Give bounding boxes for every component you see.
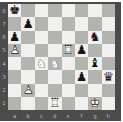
rank-label: 7 [0, 17, 8, 30]
square-g4[interactable]: ♝ [88, 57, 101, 70]
piece-white-rook: ♜♖ [48, 97, 61, 110]
square-b6[interactable] [21, 31, 34, 44]
rank-label: 8 [0, 4, 8, 17]
piece-white-pawn: ♟♙ [8, 44, 21, 57]
rank-label: 2 [0, 84, 8, 97]
square-h6[interactable] [102, 31, 115, 44]
square-f1[interactable] [75, 97, 88, 110]
piece-black-king: ♚ [8, 4, 21, 17]
rank-label: 1 [0, 97, 8, 110]
rank-label: 4 [0, 57, 8, 70]
square-e3[interactable] [62, 70, 75, 83]
square-e7[interactable] [62, 17, 75, 30]
square-b4[interactable] [21, 57, 34, 70]
square-f2[interactable] [75, 84, 88, 97]
piece-black-bishop: ♝ [88, 57, 101, 70]
square-c7[interactable] [35, 17, 48, 30]
square-h2[interactable] [102, 84, 115, 97]
piece-white-king: ♚♔ [88, 97, 101, 110]
file-label: d [48, 110, 61, 121]
square-h1[interactable] [102, 97, 115, 110]
file-label: g [88, 110, 101, 121]
square-d6[interactable] [48, 31, 61, 44]
square-g3[interactable] [88, 70, 101, 83]
square-a2[interactable] [8, 84, 21, 97]
square-b5[interactable] [21, 44, 34, 57]
square-a5[interactable]: ♟♙ [8, 44, 21, 57]
square-e2[interactable] [62, 84, 75, 97]
piece-black-pawn: ♟ [75, 44, 88, 57]
square-b1[interactable] [21, 97, 34, 110]
square-e1[interactable] [62, 97, 75, 110]
square-c3[interactable] [35, 70, 48, 83]
square-g1[interactable]: ♚♔ [88, 97, 101, 110]
square-h8[interactable] [102, 4, 115, 17]
file-label: h [102, 110, 115, 121]
piece-white-knight: ♞♘ [35, 57, 48, 70]
square-e4[interactable] [62, 57, 75, 70]
square-a4[interactable] [8, 57, 21, 70]
square-g6[interactable]: ♞ [88, 31, 101, 44]
piece-white-pawn: ♟♙ [21, 84, 34, 97]
piece-black-knight: ♞ [88, 31, 101, 44]
square-h5[interactable] [102, 44, 115, 57]
board: ♚♟♟♞♟♙♜♖♟♞♘♞♘♝♟♛♟♙♜♖♚♔ [8, 4, 115, 110]
piece-white-knight: ♞♘ [48, 57, 61, 70]
rank-label: 5 [0, 44, 8, 57]
square-d1[interactable]: ♜♖ [48, 97, 61, 110]
file-labels: abcdefgh [8, 110, 115, 121]
square-f7[interactable] [75, 17, 88, 30]
square-e5[interactable]: ♜♖ [62, 44, 75, 57]
square-g8[interactable] [88, 4, 101, 17]
square-f3[interactable]: ♟ [75, 70, 88, 83]
square-d3[interactable] [48, 70, 61, 83]
square-f8[interactable] [75, 4, 88, 17]
square-d7[interactable] [48, 17, 61, 30]
rank-labels: 87654321 [0, 4, 8, 110]
square-c1[interactable] [35, 97, 48, 110]
rank-label: 3 [0, 70, 8, 83]
square-a8[interactable]: ♚ [8, 4, 21, 17]
piece-black-pawn: ♟ [75, 70, 88, 83]
file-label: c [35, 110, 48, 121]
square-a3[interactable] [8, 70, 21, 83]
file-label: e [62, 110, 75, 121]
file-label: a [8, 110, 21, 121]
chess-diagram: 87654321 ♚♟♟♞♟♙♜♖♟♞♘♞♘♝♟♛♟♙♜♖♚♔ abcdefgh [0, 0, 123, 122]
square-e8[interactable] [62, 4, 75, 17]
piece-black-pawn: ♟ [21, 17, 34, 30]
square-a1[interactable] [8, 97, 21, 110]
piece-black-queen: ♛ [102, 70, 115, 83]
square-c8[interactable] [35, 4, 48, 17]
file-label: f [75, 110, 88, 121]
square-b7[interactable]: ♟ [21, 17, 34, 30]
square-c6[interactable] [35, 31, 48, 44]
square-b2[interactable]: ♟♙ [21, 84, 34, 97]
square-d8[interactable] [48, 4, 61, 17]
file-label: b [21, 110, 34, 121]
square-h3[interactable]: ♛ [102, 70, 115, 83]
square-h7[interactable] [102, 17, 115, 30]
square-f5[interactable]: ♟ [75, 44, 88, 57]
square-d4[interactable]: ♞♘ [48, 57, 61, 70]
rank-label: 6 [0, 31, 8, 44]
square-c4[interactable]: ♞♘ [35, 57, 48, 70]
square-c2[interactable] [35, 84, 48, 97]
piece-white-rook: ♜♖ [62, 44, 75, 57]
